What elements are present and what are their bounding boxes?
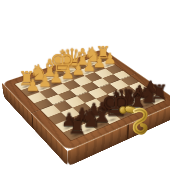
brass-latch-icon (116, 101, 156, 143)
piece-bR-h8[interactable]: ♜ (63, 115, 92, 137)
piece-wP-h2[interactable]: ♟ (20, 78, 46, 94)
square-h2[interactable]: ♟ (21, 86, 39, 96)
square-h8[interactable]: ♜ (63, 127, 84, 140)
scene: ♜♞♝♚♛♝♞♜♟♟♟♟♟♟♟♟♟♟♟♟♟♟♟♟♜♞♝♚♛♝♞♜ (0, 0, 170, 170)
